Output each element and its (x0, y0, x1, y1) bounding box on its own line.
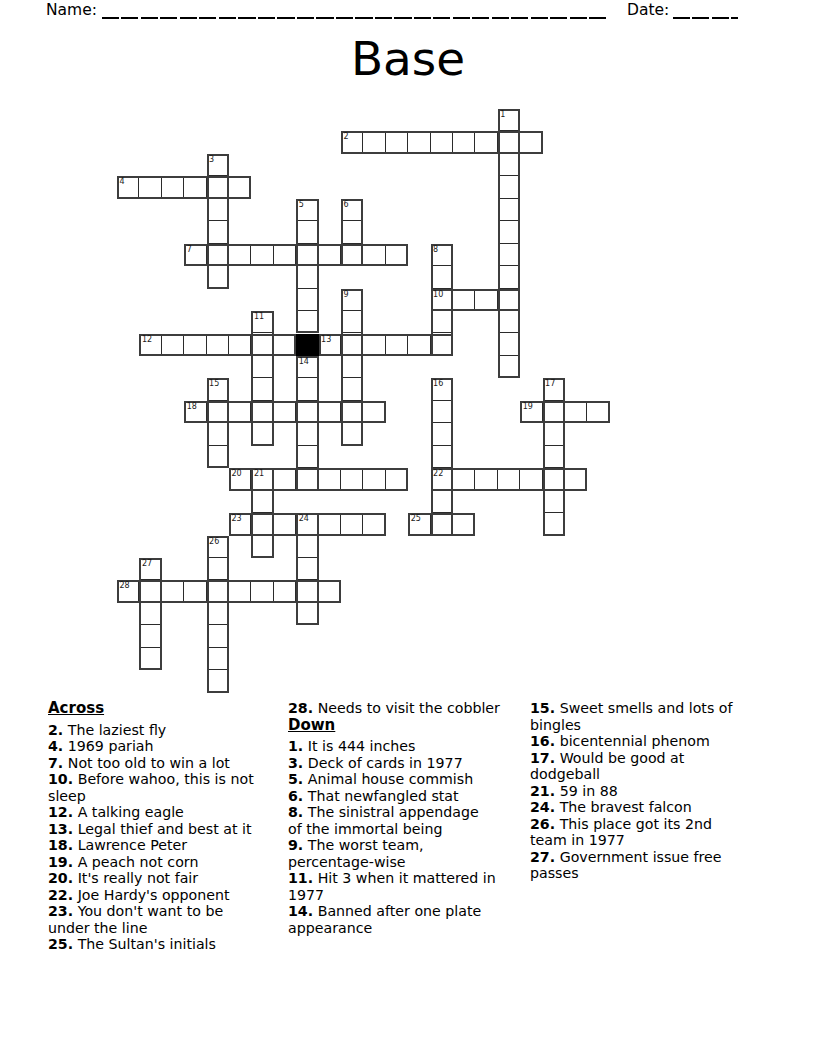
date-label: Date: (627, 2, 669, 19)
grid-cell[interactable] (498, 154, 520, 176)
grid-cell[interactable] (341, 244, 363, 266)
clue-number: 9. (288, 837, 303, 853)
grid-cell[interactable] (363, 401, 385, 423)
grid-cell[interactable] (498, 244, 520, 266)
grid-cell[interactable] (520, 131, 542, 153)
clue-1: 1. It is 444 inches (288, 738, 530, 755)
grid-cell[interactable] (139, 603, 161, 625)
clue-number: 26. (530, 816, 555, 832)
grid-cell[interactable] (431, 446, 453, 468)
grid-cell[interactable] (520, 401, 542, 423)
grid-cell[interactable] (453, 289, 475, 311)
clue-text: That newfangled stat (303, 788, 458, 804)
grid-cell[interactable] (498, 311, 520, 333)
grid-cell[interactable] (296, 289, 318, 311)
grid-cell[interactable] (184, 244, 206, 266)
clue-text: Before wahoo, this is not sleep (48, 771, 254, 804)
clue-column-3: 15. Sweet smells and lots of bingles16. … (530, 700, 762, 882)
grid-cell[interactable] (498, 109, 520, 131)
clue-text: The laziest fly (63, 722, 166, 738)
clue-text: Government issue free passes (530, 849, 722, 882)
grid-cell[interactable] (139, 625, 161, 647)
clue-number: 6. (288, 788, 303, 804)
grid-cell[interactable] (431, 423, 453, 445)
grid-cell[interactable] (363, 468, 385, 490)
clue-text: The bravest falcon (555, 799, 692, 815)
grid-cell[interactable] (319, 468, 341, 490)
clue-number: 20. (48, 870, 73, 886)
clue-14: 14. Banned after one plate appearance (288, 903, 530, 936)
name-label: Name: (46, 2, 97, 19)
grid-cell[interactable] (251, 334, 273, 356)
grid-cell[interactable] (431, 334, 453, 356)
grid-cell[interactable] (431, 266, 453, 288)
clue-25: 25. The Sultan's initials (48, 936, 284, 953)
clue-number: 19. (48, 854, 73, 870)
clue-number: 11. (288, 870, 313, 886)
grid-cell[interactable] (139, 580, 161, 602)
clue-3: 3. Deck of cards in 1977 (288, 755, 530, 772)
grid-cell[interactable] (431, 491, 453, 513)
grid-cell[interactable] (341, 513, 363, 535)
grid-cell[interactable] (453, 513, 475, 535)
grid-cell[interactable] (296, 446, 318, 468)
grid-cell[interactable] (162, 580, 184, 602)
clue-7: 7. Not too old to win a lot (48, 755, 284, 772)
grid-cell[interactable] (341, 289, 363, 311)
clue-21: 21. 59 in 88 (530, 783, 762, 800)
grid-cell[interactable] (229, 244, 251, 266)
clue-text: Hit 3 when it mattered in 1977 (288, 870, 496, 903)
grid-cell[interactable] (274, 580, 296, 602)
grid-cell[interactable] (184, 580, 206, 602)
grid-cell[interactable] (431, 131, 453, 153)
clue-number: 18. (48, 837, 73, 853)
grid-cell[interactable] (229, 334, 251, 356)
grid-cell[interactable] (341, 311, 363, 333)
grid-cell[interactable] (207, 648, 229, 670)
grid-cell[interactable] (319, 401, 341, 423)
clue-19: 19. A peach not corn (48, 854, 284, 871)
grid-cell[interactable] (184, 401, 206, 423)
crossword-worksheet: { "game": "crossword", "title": "Base", … (0, 0, 816, 1056)
clue-number: 21. (530, 783, 555, 799)
grid-cell[interactable] (229, 401, 251, 423)
grid-cell[interactable] (207, 334, 229, 356)
grid-cell[interactable] (274, 401, 296, 423)
grid-cell[interactable] (475, 289, 497, 311)
clue-16: 16. bicentennial phenom (530, 733, 762, 750)
grid-cell[interactable] (296, 536, 318, 558)
clue-number: 25. (48, 936, 73, 952)
clue-number: 2. (48, 722, 63, 738)
grid-cell[interactable] (251, 423, 273, 445)
grid-cell[interactable] (431, 289, 453, 311)
grid-cell[interactable] (207, 423, 229, 445)
clue-15: 15. Sweet smells and lots of bingles (530, 700, 762, 733)
grid-cell[interactable] (139, 648, 161, 670)
grid-cell[interactable] (251, 580, 273, 602)
clue-text: A peach not corn (73, 854, 198, 870)
grid-cell[interactable] (162, 176, 184, 198)
clue-13: 13. Legal thief and best at it (48, 821, 284, 838)
grid-cell[interactable] (565, 401, 587, 423)
grid-cell[interactable] (207, 154, 229, 176)
grid-cell[interactable] (207, 244, 229, 266)
grid-cell[interactable] (296, 356, 318, 378)
clue-number: 14. (288, 903, 313, 919)
clue-number: 13. (48, 821, 73, 837)
clue-number: 12. (48, 804, 73, 820)
grid-cell[interactable] (543, 446, 565, 468)
grid-cell[interactable] (296, 513, 318, 535)
grid-cell[interactable] (296, 221, 318, 243)
grid-cell[interactable] (139, 558, 161, 580)
grid-cell[interactable] (431, 401, 453, 423)
grid-cell[interactable] (296, 580, 318, 602)
clue-number: 3. (288, 755, 303, 771)
clue-text: Deck of cards in 1977 (303, 755, 462, 771)
grid-cell[interactable] (117, 580, 139, 602)
grid-cell[interactable] (319, 580, 341, 602)
clue-text: The sinistral appendage of the immortal … (288, 804, 479, 837)
grid-cell[interactable] (543, 468, 565, 490)
clue-text: Sweet smells and lots of bingles (530, 700, 732, 733)
grid-cell[interactable] (251, 311, 273, 333)
grid-cell[interactable] (408, 334, 430, 356)
grid-cell[interactable] (341, 401, 363, 423)
grid-cell[interactable] (543, 378, 565, 400)
grid-cell[interactable] (587, 401, 609, 423)
grid-cell[interactable] (431, 311, 453, 333)
clue-text: You don't want to be under the line (48, 903, 223, 936)
grid-cell[interactable] (207, 603, 229, 625)
clue-20: 20. It's really not fair (48, 870, 284, 887)
grid-cell[interactable] (207, 401, 229, 423)
grid-cell[interactable] (363, 244, 385, 266)
grid-cell[interactable] (296, 378, 318, 400)
clue-column-1: Across2. The laziest fly4. 1969 pariah7.… (48, 700, 284, 953)
clue-5: 5. Animal house commish (288, 771, 530, 788)
grid-cell[interactable] (251, 356, 273, 378)
clue-number: 10. (48, 771, 73, 787)
grid-cell[interactable] (498, 334, 520, 356)
grid-cell[interactable] (498, 356, 520, 378)
grid-cell[interactable] (498, 289, 520, 311)
clue-9: 9. The worst team, percentage-wise (288, 837, 530, 870)
grid-cell[interactable] (251, 378, 273, 400)
grid-cell[interactable] (543, 513, 565, 535)
clue-number: 5. (288, 771, 303, 787)
grid-cell[interactable] (498, 199, 520, 221)
clue-number: 22. (48, 887, 73, 903)
grid-cell[interactable] (139, 176, 161, 198)
grid-cell[interactable] (229, 513, 251, 535)
grid-cell[interactable] (319, 334, 341, 356)
grid-cell[interactable] (319, 244, 341, 266)
grid-cell[interactable] (363, 334, 385, 356)
grid-cell[interactable] (229, 176, 251, 198)
grid-cell[interactable] (207, 670, 229, 692)
grid-cell[interactable] (543, 491, 565, 513)
clue-text: Banned after one plate appearance (288, 903, 481, 936)
grid-cell[interactable] (229, 468, 251, 490)
grid-cell[interactable] (207, 558, 229, 580)
clue-26: 26. This place got its 2nd team in 1977 (530, 816, 762, 849)
date-blank-line (673, 2, 738, 17)
grid-cell[interactable] (184, 176, 206, 198)
grid-cell[interactable] (319, 513, 341, 535)
clue-text: 1969 pariah (63, 738, 153, 754)
grid-cell[interactable] (207, 580, 229, 602)
clue-text: Joe Hardy's opponent (73, 887, 229, 903)
black-cell (296, 334, 318, 356)
grid-cell[interactable] (207, 446, 229, 468)
clue-text: The Sultan's initials (73, 936, 216, 952)
clue-number: 4. (48, 738, 63, 754)
clue-12: 12. A talking eagle (48, 804, 284, 821)
grid-cell[interactable] (207, 378, 229, 400)
grid-cell[interactable] (341, 423, 363, 445)
grid-cell[interactable] (431, 378, 453, 400)
grid-cell[interactable] (498, 131, 520, 153)
grid-cell[interactable] (408, 513, 430, 535)
clue-text: It is 444 inches (303, 738, 415, 754)
clue-10: 10. Before wahoo, this is not sleep (48, 771, 284, 804)
clue-number: 7. (48, 755, 63, 771)
grid-cell[interactable] (296, 311, 318, 333)
grid-cell[interactable] (207, 199, 229, 221)
grid-cell[interactable] (274, 468, 296, 490)
clue-column-2: 28. Needs to visit the cobblerDown1. It … (288, 700, 530, 936)
grid-cell[interactable] (117, 176, 139, 198)
clue-number: 1. (288, 738, 303, 754)
clue-18: 18. Lawrence Peter (48, 837, 284, 854)
clue-number: 8. (288, 804, 303, 820)
grid-cell[interactable] (251, 536, 273, 558)
puzzle-title: Base (351, 36, 465, 82)
clue-2: 2. The laziest fly (48, 722, 284, 739)
clue-text: Legal thief and best at it (73, 821, 251, 837)
grid-cell[interactable] (386, 468, 408, 490)
clue-23: 23. You don't want to be under the line (48, 903, 284, 936)
grid-cell[interactable] (341, 131, 363, 153)
grid-cell[interactable] (363, 513, 385, 535)
grid-cell[interactable] (431, 513, 453, 535)
grid-cell[interactable] (207, 221, 229, 243)
grid-cell[interactable] (162, 334, 184, 356)
clue-27: 27. Government issue free passes (530, 849, 762, 882)
crossword-grid: 1234567891011121314151617181920212223242… (117, 109, 610, 693)
clue-text: A talking eagle (73, 804, 184, 820)
clue-22: 22. Joe Hardy's opponent (48, 887, 284, 904)
grid-cell[interactable] (498, 266, 520, 288)
clue-number: 17. (530, 750, 555, 766)
grid-cell[interactable] (139, 334, 161, 356)
clue-number: 15. (530, 700, 555, 716)
grid-cell[interactable] (475, 131, 497, 153)
grid-cell[interactable] (251, 491, 273, 513)
grid-cell[interactable] (296, 603, 318, 625)
clue-text: It's really not fair (73, 870, 198, 886)
grid-cell[interactable] (386, 244, 408, 266)
grid-cell[interactable] (431, 468, 453, 490)
grid-cell[interactable] (341, 468, 363, 490)
grid-cell[interactable] (498, 221, 520, 243)
grid-cell[interactable] (341, 356, 363, 378)
grid-cell[interactable] (386, 334, 408, 356)
grid-cell[interactable] (475, 468, 497, 490)
clue-text: This place got its 2nd team in 1977 (530, 816, 712, 849)
grid-cell[interactable] (498, 176, 520, 198)
grid-cell[interactable] (543, 401, 565, 423)
clue-11: 11. Hit 3 when it mattered in 1977 (288, 870, 530, 903)
grid-cell[interactable] (543, 423, 565, 445)
grid-cell[interactable] (207, 625, 229, 647)
grid-cell[interactable] (296, 468, 318, 490)
across-heading: Across (48, 700, 284, 717)
clue-28: 28. Needs to visit the cobbler (288, 700, 530, 717)
grid-cell[interactable] (251, 244, 273, 266)
title-wrap: Base (0, 36, 816, 82)
clue-number: 23. (48, 903, 73, 919)
clue-text: Lawrence Peter (73, 837, 187, 853)
clue-24: 24. The bravest falcon (530, 799, 762, 816)
grid-cell[interactable] (498, 468, 520, 490)
clue-text: 59 in 88 (555, 783, 618, 799)
clue-number: 24. (530, 799, 555, 815)
clue-number: 27. (530, 849, 555, 865)
grid-cell[interactable] (565, 468, 587, 490)
grid-cell[interactable] (408, 131, 430, 153)
grid-cell[interactable] (251, 513, 273, 535)
grid-cell[interactable] (296, 266, 318, 288)
clue-text: Not too old to win a lot (63, 755, 230, 771)
clue-17: 17. Would be good at dodgeball (530, 750, 762, 783)
clue-text: The worst team, percentage-wise (288, 837, 424, 870)
grid-cell[interactable] (520, 468, 542, 490)
clue-text: Needs to visit the cobbler (313, 700, 500, 716)
grid-cell[interactable] (453, 131, 475, 153)
grid-cell[interactable] (341, 199, 363, 221)
grid-cell[interactable] (274, 334, 296, 356)
grid-cell[interactable] (431, 244, 453, 266)
grid-cell[interactable] (207, 176, 229, 198)
clue-6: 6. That newfangled stat (288, 788, 530, 805)
name-blank-line (102, 2, 607, 17)
clue-text: bicentennial phenom (555, 733, 710, 749)
grid-cell[interactable] (341, 334, 363, 356)
grid-cell[interactable] (296, 401, 318, 423)
grid-cell[interactable] (386, 131, 408, 153)
grid-cell[interactable] (341, 221, 363, 243)
grid-cell[interactable] (341, 378, 363, 400)
grid-cell[interactable] (363, 131, 385, 153)
grid-cell[interactable] (296, 423, 318, 445)
grid-cell[interactable] (453, 468, 475, 490)
clue-4: 4. 1969 pariah (48, 738, 284, 755)
grid-cell[interactable] (207, 536, 229, 558)
grid-cell[interactable] (296, 199, 318, 221)
grid-cell[interactable] (274, 244, 296, 266)
clue-number: 28. (288, 700, 313, 716)
grid-cell[interactable] (296, 558, 318, 580)
clue-text: Animal house commish (303, 771, 473, 787)
grid-cell[interactable] (296, 244, 318, 266)
clue-number: 16. (530, 733, 555, 749)
grid-cell[interactable] (229, 580, 251, 602)
grid-cell[interactable] (251, 401, 273, 423)
grid-cell[interactable] (207, 266, 229, 288)
grid-cell[interactable] (251, 468, 273, 490)
clue-8: 8. The sinistral appendage of the immort… (288, 804, 530, 837)
grid-cell[interactable] (274, 513, 296, 535)
down-heading: Down (288, 717, 530, 734)
grid-cell[interactable] (184, 334, 206, 356)
